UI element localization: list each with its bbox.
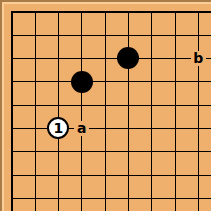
white-stone-1: 1 xyxy=(47,117,69,139)
grid-line-horizontal-6 xyxy=(11,128,211,129)
grid-line-horizontal-4 xyxy=(11,81,211,82)
black-stone-d16 xyxy=(71,71,93,93)
grid-line-horizontal-8 xyxy=(11,175,211,176)
grid-line-horizontal-7 xyxy=(11,151,211,152)
grid-line-vertical-2 xyxy=(35,11,36,211)
grid-line-vertical-8 xyxy=(175,11,176,211)
go-board: ab1 xyxy=(0,0,211,211)
grid-line-horizontal-2 xyxy=(11,35,211,36)
point-label-b: b xyxy=(191,51,206,66)
grid-line-horizontal-5 xyxy=(11,105,211,106)
grid-line-horizontal-9 xyxy=(11,198,211,199)
grid-line-vertical-1 xyxy=(11,11,13,211)
go-diagram: ab1 xyxy=(0,0,211,211)
grid-line-vertical-4 xyxy=(81,11,82,211)
grid-line-vertical-5 xyxy=(105,11,106,211)
grid-line-vertical-6 xyxy=(128,11,129,211)
black-stone-f17 xyxy=(117,47,139,69)
grid-line-horizontal-1 xyxy=(11,11,211,13)
grid-line-vertical-9 xyxy=(198,11,199,211)
grid-line-vertical-7 xyxy=(151,11,152,211)
grid-line-vertical-3 xyxy=(58,11,59,211)
point-label-a: a xyxy=(74,121,89,136)
grid-line-horizontal-3 xyxy=(11,58,211,59)
